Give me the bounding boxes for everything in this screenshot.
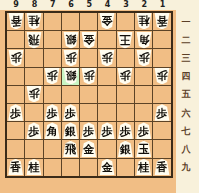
shogi-board-screenshot: 987654321 香桂金桂香飛銀金王角歩歩歩歩歩銀歩歩歩歩歩歩歩歩歩角銀歩歩歩… bbox=[0, 0, 199, 193]
rank-label-5: 五 bbox=[178, 86, 194, 104]
file-label-9: 9 bbox=[7, 0, 25, 10]
square-8a[interactable]: 桂 bbox=[25, 13, 42, 30]
square-2c[interactable]: 歩 bbox=[135, 49, 152, 66]
square-8b[interactable]: 飛 bbox=[25, 31, 42, 48]
square-8g[interactable]: 歩 bbox=[25, 122, 42, 139]
square-5c[interactable] bbox=[80, 49, 97, 66]
square-8d[interactable] bbox=[25, 68, 42, 85]
rank-label-6: 六 bbox=[178, 104, 194, 122]
piece-knight-gote[interactable]: 桂 bbox=[136, 13, 152, 30]
square-9f[interactable]: 歩 bbox=[7, 104, 24, 121]
square-7b[interactable] bbox=[44, 31, 61, 48]
square-5e[interactable] bbox=[80, 86, 97, 103]
square-4g[interactable]: 歩 bbox=[98, 122, 115, 139]
piece-silver-sente[interactable]: 銀 bbox=[63, 122, 79, 139]
square-9d[interactable] bbox=[7, 68, 24, 85]
square-3f[interactable] bbox=[117, 104, 134, 121]
piece-pawn-sente[interactable]: 歩 bbox=[99, 122, 115, 139]
piece-pawn-gote[interactable]: 歩 bbox=[63, 50, 79, 67]
piece-bishop-gote[interactable]: 角 bbox=[136, 32, 152, 49]
square-5g[interactable]: 歩 bbox=[80, 122, 97, 139]
piece-bishop-sente[interactable]: 角 bbox=[44, 122, 60, 139]
piece-silver-sente[interactable]: 銀 bbox=[117, 141, 133, 158]
piece-pawn-gote[interactable]: 歩 bbox=[81, 68, 97, 85]
rank-labels: 一二三四五六七八九 bbox=[178, 13, 194, 177]
piece-gold-sente[interactable]: 金 bbox=[99, 159, 115, 176]
piece-gold-sente[interactable]: 金 bbox=[81, 141, 97, 158]
square-4e[interactable] bbox=[98, 86, 115, 103]
square-9a[interactable]: 香 bbox=[7, 13, 24, 30]
piece-rook-gote[interactable]: 飛 bbox=[26, 32, 42, 49]
square-1f[interactable]: 歩 bbox=[153, 104, 170, 121]
file-label-1: 1 bbox=[153, 0, 171, 10]
piece-pawn-gote[interactable]: 歩 bbox=[136, 50, 152, 67]
piece-pawn-gote[interactable]: 歩 bbox=[26, 86, 42, 103]
square-4d[interactable] bbox=[98, 68, 115, 85]
file-labels: 987654321 bbox=[7, 0, 172, 10]
piece-king-gote[interactable]: 王 bbox=[117, 32, 133, 49]
piece-lance-sente[interactable]: 香 bbox=[154, 159, 170, 176]
square-9i[interactable]: 香 bbox=[7, 159, 24, 176]
square-3a[interactable] bbox=[117, 13, 134, 30]
square-2g[interactable]: 歩 bbox=[135, 122, 152, 139]
piece-pawn-sente[interactable]: 歩 bbox=[136, 122, 152, 139]
piece-gold-gote[interactable]: 金 bbox=[99, 13, 115, 30]
square-8c[interactable] bbox=[25, 49, 42, 66]
file-label-8: 8 bbox=[25, 0, 43, 10]
file-label-7: 7 bbox=[44, 0, 62, 10]
square-4h[interactable] bbox=[98, 140, 115, 157]
square-5a[interactable] bbox=[80, 13, 97, 30]
square-6g[interactable]: 銀 bbox=[62, 122, 79, 139]
piece-pawn-gote[interactable]: 歩 bbox=[154, 68, 170, 85]
square-1a[interactable]: 香 bbox=[153, 13, 170, 30]
square-8i[interactable]: 桂 bbox=[25, 159, 42, 176]
square-6a[interactable] bbox=[62, 13, 79, 30]
file-label-6: 6 bbox=[62, 0, 80, 10]
square-5b[interactable]: 金 bbox=[80, 31, 97, 48]
file-label-5: 5 bbox=[80, 0, 98, 10]
rank-label-7: 七 bbox=[178, 122, 194, 140]
square-1c[interactable] bbox=[153, 49, 170, 66]
square-6f[interactable]: 歩 bbox=[62, 104, 79, 121]
square-1d[interactable]: 歩 bbox=[153, 68, 170, 85]
rank-label-2: 二 bbox=[178, 31, 194, 49]
square-9b[interactable] bbox=[7, 31, 24, 48]
piece-pawn-gote[interactable]: 歩 bbox=[99, 50, 115, 67]
piece-knight-gote[interactable]: 桂 bbox=[26, 13, 42, 30]
piece-pawn-sente[interactable]: 歩 bbox=[117, 122, 133, 139]
square-7c[interactable] bbox=[44, 49, 61, 66]
square-4a[interactable]: 金 bbox=[98, 13, 115, 30]
square-6e[interactable] bbox=[62, 86, 79, 103]
rank-label-8: 八 bbox=[178, 140, 194, 158]
square-3i[interactable] bbox=[117, 159, 134, 176]
square-3g[interactable]: 歩 bbox=[117, 122, 134, 139]
square-1b[interactable] bbox=[153, 31, 170, 48]
square-9h[interactable] bbox=[7, 140, 24, 157]
square-1h[interactable] bbox=[153, 140, 170, 157]
square-3b[interactable]: 王 bbox=[117, 31, 134, 48]
square-2b[interactable]: 角 bbox=[135, 31, 152, 48]
shogi-grid: 香桂金桂香飛銀金王角歩歩歩歩歩銀歩歩歩歩歩歩歩歩歩角銀歩歩歩歩飛金銀玉香桂金桂香 bbox=[5, 11, 173, 178]
square-2f[interactable] bbox=[135, 104, 152, 121]
square-7f[interactable]: 歩 bbox=[44, 104, 61, 121]
square-2d[interactable] bbox=[135, 68, 152, 85]
square-3h[interactable]: 銀 bbox=[117, 140, 134, 157]
piece-pawn-sente[interactable]: 歩 bbox=[44, 104, 60, 121]
square-9c[interactable]: 歩 bbox=[7, 49, 24, 66]
square-9g[interactable] bbox=[7, 122, 24, 139]
file-label-3: 3 bbox=[117, 0, 135, 10]
rank-label-4: 四 bbox=[178, 68, 194, 86]
square-6h[interactable]: 飛 bbox=[62, 140, 79, 157]
square-7h[interactable] bbox=[44, 140, 61, 157]
square-3d[interactable]: 歩 bbox=[117, 68, 134, 85]
file-label-2: 2 bbox=[135, 0, 153, 10]
piece-lance-sente[interactable]: 香 bbox=[8, 159, 24, 176]
square-2i[interactable]: 桂 bbox=[135, 159, 152, 176]
square-5f[interactable] bbox=[80, 104, 97, 121]
piece-king-sente[interactable]: 玉 bbox=[136, 141, 152, 158]
square-9e[interactable] bbox=[7, 86, 24, 103]
square-7i[interactable] bbox=[44, 159, 61, 176]
square-5i[interactable] bbox=[80, 159, 97, 176]
piece-knight-sente[interactable]: 桂 bbox=[26, 159, 42, 176]
piece-pawn-gote[interactable]: 歩 bbox=[8, 50, 24, 67]
piece-pawn-sente[interactable]: 歩 bbox=[81, 122, 97, 139]
square-6c[interactable]: 歩 bbox=[62, 49, 79, 66]
piece-lance-gote[interactable]: 香 bbox=[8, 13, 24, 30]
rank-label-9: 九 bbox=[178, 159, 194, 177]
file-label-4: 4 bbox=[98, 0, 116, 10]
piece-knight-sente[interactable]: 桂 bbox=[136, 159, 152, 176]
piece-silver-gote[interactable]: 銀 bbox=[63, 68, 79, 85]
square-4f[interactable] bbox=[98, 104, 115, 121]
piece-lance-gote[interactable]: 香 bbox=[154, 13, 170, 30]
square-2a[interactable]: 桂 bbox=[135, 13, 152, 30]
square-2h[interactable]: 玉 bbox=[135, 140, 152, 157]
square-4b[interactable] bbox=[98, 31, 115, 48]
square-1e[interactable] bbox=[153, 86, 170, 103]
square-5h[interactable]: 金 bbox=[80, 140, 97, 157]
square-4i[interactable]: 金 bbox=[98, 159, 115, 176]
square-7g[interactable]: 角 bbox=[44, 122, 61, 139]
piece-gold-gote[interactable]: 金 bbox=[81, 32, 97, 49]
square-5d[interactable]: 歩 bbox=[80, 68, 97, 85]
piece-pawn-gote[interactable]: 歩 bbox=[117, 68, 133, 85]
square-6d[interactable]: 銀 bbox=[62, 68, 79, 85]
piece-pawn-sente[interactable]: 歩 bbox=[154, 104, 170, 121]
square-7e[interactable] bbox=[44, 86, 61, 103]
piece-pawn-sente[interactable]: 歩 bbox=[63, 104, 79, 121]
square-8h[interactable] bbox=[25, 140, 42, 157]
square-1g[interactable] bbox=[153, 122, 170, 139]
piece-pawn-gote[interactable]: 歩 bbox=[44, 68, 60, 85]
square-1i[interactable]: 香 bbox=[153, 159, 170, 176]
piece-rook-sente[interactable]: 飛 bbox=[63, 141, 79, 158]
piece-silver-gote[interactable]: 銀 bbox=[63, 32, 79, 49]
square-7d[interactable]: 歩 bbox=[44, 68, 61, 85]
piece-pawn-sente[interactable]: 歩 bbox=[8, 104, 24, 121]
square-6b[interactable]: 銀 bbox=[62, 31, 79, 48]
square-8f[interactable] bbox=[25, 104, 42, 121]
square-3c[interactable] bbox=[117, 49, 134, 66]
square-2e[interactable] bbox=[135, 86, 152, 103]
square-6i[interactable] bbox=[62, 159, 79, 176]
square-7a[interactable] bbox=[44, 13, 61, 30]
rank-label-3: 三 bbox=[178, 49, 194, 67]
rank-label-1: 一 bbox=[178, 13, 194, 31]
square-4c[interactable]: 歩 bbox=[98, 49, 115, 66]
square-8e[interactable]: 歩 bbox=[25, 86, 42, 103]
piece-pawn-sente[interactable]: 歩 bbox=[26, 122, 42, 139]
square-3e[interactable] bbox=[117, 86, 134, 103]
